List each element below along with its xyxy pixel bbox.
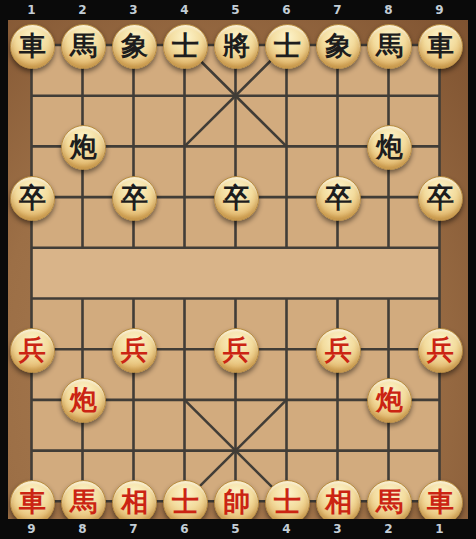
piece-black-soldier[interactable]: 卒 [112, 176, 157, 221]
file-label: 4 [282, 523, 290, 535]
piece-black-advisor[interactable]: 士 [163, 24, 208, 69]
piece-character: 象 [325, 32, 352, 59]
piece-character: 馬 [376, 32, 403, 59]
piece-red-elephant[interactable]: 相 [112, 480, 157, 519]
piece-black-advisor[interactable]: 士 [265, 24, 310, 69]
file-label: 5 [231, 4, 239, 16]
piece-character: 士 [274, 32, 301, 59]
piece-character: 兵 [19, 336, 46, 363]
piece-red-soldier[interactable]: 兵 [418, 328, 463, 373]
file-label: 8 [78, 523, 86, 535]
file-label: 1 [27, 4, 35, 16]
piece-character: 兵 [325, 336, 352, 363]
piece-red-advisor[interactable]: 士 [163, 480, 208, 519]
xiangqi-board[interactable]: 車馬象士將士象馬車炮炮卒卒卒卒卒兵兵兵兵兵炮炮車馬相士帥士相馬車 [8, 20, 468, 519]
piece-character: 象 [121, 32, 148, 59]
piece-black-cannon[interactable]: 炮 [61, 125, 106, 170]
piece-red-general[interactable]: 帥 [214, 480, 259, 519]
piece-character: 卒 [223, 184, 250, 211]
piece-red-soldier[interactable]: 兵 [112, 328, 157, 373]
piece-red-horse[interactable]: 馬 [61, 480, 106, 519]
top-coordinates: 123456789 [0, 0, 476, 20]
piece-character: 車 [427, 488, 454, 515]
piece-character: 車 [19, 32, 46, 59]
piece-black-elephant[interactable]: 象 [316, 24, 361, 69]
piece-character: 炮 [376, 386, 403, 413]
file-label: 3 [333, 523, 341, 535]
file-label: 7 [129, 523, 137, 535]
file-label: 2 [384, 523, 392, 535]
piece-black-soldier[interactable]: 卒 [214, 176, 259, 221]
piece-character: 兵 [121, 336, 148, 363]
piece-character: 卒 [121, 184, 148, 211]
piece-character: 士 [172, 488, 199, 515]
piece-character: 炮 [70, 386, 97, 413]
piece-red-soldier[interactable]: 兵 [10, 328, 55, 373]
piece-black-elephant[interactable]: 象 [112, 24, 157, 69]
piece-red-chariot[interactable]: 車 [418, 480, 463, 519]
piece-character: 士 [274, 488, 301, 515]
piece-black-chariot[interactable]: 車 [10, 24, 55, 69]
piece-character: 將 [223, 32, 250, 59]
piece-black-soldier[interactable]: 卒 [316, 176, 361, 221]
piece-character: 卒 [19, 184, 46, 211]
board-grid [8, 20, 468, 519]
file-label: 8 [384, 4, 392, 16]
file-label: 2 [78, 4, 86, 16]
piece-character: 士 [172, 32, 199, 59]
piece-red-soldier[interactable]: 兵 [316, 328, 361, 373]
piece-character: 帥 [223, 488, 250, 515]
file-label: 9 [27, 523, 35, 535]
piece-black-horse[interactable]: 馬 [61, 24, 106, 69]
piece-black-chariot[interactable]: 車 [418, 24, 463, 69]
piece-character: 車 [19, 488, 46, 515]
bottom-coordinates: 987654321 [0, 519, 476, 539]
piece-red-horse[interactable]: 馬 [367, 480, 412, 519]
xiangqi-app: 123456789 車馬象士將士象馬車炮炮卒卒卒卒卒兵兵兵兵兵炮炮車馬相士帥士相… [0, 0, 476, 539]
piece-character: 車 [427, 32, 454, 59]
piece-character: 兵 [427, 336, 454, 363]
piece-character: 炮 [376, 133, 403, 160]
file-label: 6 [282, 4, 290, 16]
file-label: 3 [129, 4, 137, 16]
piece-character: 相 [325, 488, 352, 515]
piece-character: 炮 [70, 133, 97, 160]
piece-character: 卒 [427, 184, 454, 211]
piece-black-soldier[interactable]: 卒 [10, 176, 55, 221]
piece-character: 兵 [223, 336, 250, 363]
piece-character: 馬 [70, 488, 97, 515]
piece-red-soldier[interactable]: 兵 [214, 328, 259, 373]
piece-character: 相 [121, 488, 148, 515]
piece-character: 馬 [376, 488, 403, 515]
piece-character: 馬 [70, 32, 97, 59]
piece-red-chariot[interactable]: 車 [10, 480, 55, 519]
piece-red-elephant[interactable]: 相 [316, 480, 361, 519]
piece-character: 卒 [325, 184, 352, 211]
piece-black-cannon[interactable]: 炮 [367, 125, 412, 170]
piece-black-general[interactable]: 將 [214, 24, 259, 69]
file-label: 4 [180, 4, 188, 16]
file-label: 6 [180, 523, 188, 535]
piece-black-soldier[interactable]: 卒 [418, 176, 463, 221]
file-label: 7 [333, 4, 341, 16]
piece-black-horse[interactable]: 馬 [367, 24, 412, 69]
file-label: 9 [435, 4, 443, 16]
file-label: 5 [231, 523, 239, 535]
file-label: 1 [435, 523, 443, 535]
piece-red-advisor[interactable]: 士 [265, 480, 310, 519]
